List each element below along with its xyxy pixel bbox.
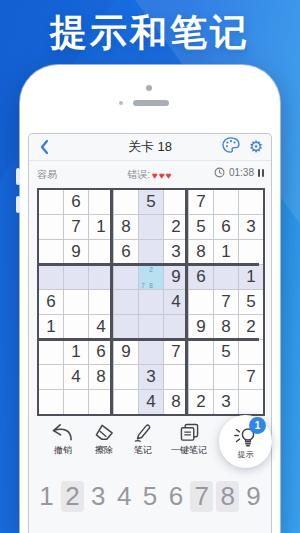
cell-r3c9[interactable] <box>239 240 263 264</box>
difficulty-label: 容易 <box>37 168 57 182</box>
sudoku-board: 6577182563963812789616475149821697548374… <box>37 188 265 416</box>
cell-r2c1[interactable] <box>39 215 63 239</box>
cell-r8c4[interactable] <box>114 365 138 389</box>
cell-r5c2[interactable] <box>64 290 88 314</box>
cell-r2c5[interactable] <box>139 215 163 239</box>
cell-r7c1[interactable] <box>39 340 63 364</box>
cell-r9c7[interactable]: 2 <box>189 390 213 414</box>
cell-r1c2[interactable]: 6 <box>64 190 88 214</box>
cell-r9c4[interactable] <box>114 390 138 414</box>
cell-r3c7[interactable]: 8 <box>189 240 213 264</box>
cell-r5c4[interactable] <box>114 290 138 314</box>
clock-icon <box>214 167 225 178</box>
cell-r3c8[interactable]: 1 <box>214 240 238 264</box>
cell-r6c5[interactable] <box>139 315 163 339</box>
volume-button <box>16 196 20 213</box>
cell-r9c1[interactable] <box>39 390 63 414</box>
cell-r4c8[interactable] <box>214 265 238 289</box>
mistakes-label: 错误: <box>127 168 150 182</box>
cell-r8c1[interactable] <box>39 365 63 389</box>
volume-button <box>16 168 20 185</box>
notes-label: 笔记 <box>134 444 152 457</box>
time-value: 01:38 <box>229 167 254 178</box>
cell-r4c9[interactable]: 1 <box>239 265 263 289</box>
cell-r5c1[interactable]: 6 <box>39 290 63 314</box>
theme-palette-button[interactable] <box>222 137 240 157</box>
cell-r7c8[interactable]: 5 <box>214 340 238 364</box>
app-store-screenshot: 提示和笔记 关卡 18 <box>0 0 300 533</box>
eraser-icon <box>94 423 115 442</box>
cell-r5c8[interactable]: 7 <box>214 290 238 314</box>
cell-r4c1[interactable] <box>39 265 63 289</box>
hearts-icons: ♥♥♥ <box>152 170 173 181</box>
auto-notes-label: 一键笔记 <box>171 444 207 457</box>
cell-r6c9[interactable]: 2 <box>239 315 263 339</box>
cell-r8c7[interactable] <box>189 365 213 389</box>
navbar: 关卡 18 ⚙ <box>29 134 271 161</box>
mistakes: 错误: ♥♥♥ <box>127 168 173 182</box>
cell-r7c2[interactable]: 1 <box>64 340 88 364</box>
block-divider <box>185 188 188 416</box>
block-divider <box>110 188 113 416</box>
cell-r8c5[interactable]: 3 <box>139 365 163 389</box>
cell-r6c8[interactable]: 8 <box>214 315 238 339</box>
cell-r1c8[interactable] <box>214 190 238 214</box>
cell-r5c7[interactable] <box>189 290 213 314</box>
cell-r8c8[interactable] <box>214 365 238 389</box>
numpad-key-1[interactable]: 1 <box>35 481 58 512</box>
cell-r1c1[interactable] <box>39 190 63 214</box>
settings-button[interactable]: ⚙ <box>249 139 263 155</box>
pencil-notes: 278 <box>139 265 163 289</box>
cell-r2c9[interactable]: 3 <box>239 215 263 239</box>
gear-icon: ⚙ <box>249 138 263 155</box>
notes-button[interactable]: 笔记 <box>133 423 154 457</box>
pencil-icon <box>133 423 154 442</box>
numpad-key-4[interactable]: 4 <box>113 481 136 512</box>
cell-r2c2[interactable]: 7 <box>64 215 88 239</box>
cell-r6c4[interactable] <box>114 315 138 339</box>
cell-r7c5[interactable] <box>139 340 163 364</box>
erase-label: 擦除 <box>95 444 113 457</box>
numpad-key-9[interactable]: 9 <box>242 481 265 512</box>
pause-button[interactable] <box>258 169 264 177</box>
status-row: 容易 错误: ♥♥♥ 01:38 <box>29 160 271 188</box>
cell-r4c2[interactable] <box>64 265 88 289</box>
cell-r3c5[interactable] <box>139 240 163 264</box>
numpad-key-6[interactable]: 6 <box>164 481 187 512</box>
cell-r9c9[interactable] <box>239 390 263 414</box>
cell-r5c5[interactable] <box>139 290 163 314</box>
hint-label: 提示 <box>238 449 254 460</box>
numpad-key-2[interactable]: 2 <box>61 481 84 512</box>
cell-r8c9[interactable]: 7 <box>239 365 263 389</box>
cell-r8c2[interactable]: 4 <box>64 365 88 389</box>
numpad-key-5[interactable]: 5 <box>139 481 162 512</box>
numpad: 123456789 <box>29 481 271 512</box>
cell-r4c4[interactable] <box>114 265 138 289</box>
auto-notes-button[interactable]: 一键笔记 <box>171 423 207 457</box>
cell-r1c5[interactable]: 5 <box>139 190 163 214</box>
cell-r2c8[interactable]: 6 <box>214 215 238 239</box>
cell-r2c7[interactable]: 5 <box>189 215 213 239</box>
block-divider <box>37 338 259 341</box>
cell-r7c7[interactable] <box>189 340 213 364</box>
cell-r1c9[interactable] <box>239 190 263 214</box>
numpad-key-8[interactable]: 8 <box>216 481 239 512</box>
cell-r4c5[interactable]: 278 <box>139 265 163 289</box>
cell-r6c1[interactable]: 1 <box>39 315 63 339</box>
undo-button[interactable]: 撤销 <box>50 423 76 457</box>
cell-r6c2[interactable] <box>64 315 88 339</box>
cell-r9c2[interactable] <box>64 390 88 414</box>
numpad-key-7[interactable]: 7 <box>190 481 213 512</box>
cell-r7c4[interactable]: 9 <box>114 340 138 364</box>
numpad-key-3[interactable]: 3 <box>87 481 110 512</box>
cell-r9c5[interactable]: 4 <box>139 390 163 414</box>
hint-count-badge: 1 <box>249 417 266 434</box>
timer: 01:38 <box>214 167 264 178</box>
block-divider <box>37 263 259 266</box>
cell-r7c9[interactable] <box>239 340 263 364</box>
cell-r3c2[interactable]: 9 <box>64 240 88 264</box>
cell-r1c4[interactable] <box>114 190 138 214</box>
cell-r3c1[interactable] <box>39 240 63 264</box>
cell-r6c7[interactable]: 9 <box>189 315 213 339</box>
hero-title: 提示和笔记 <box>0 8 300 58</box>
cell-r1c7[interactable]: 7 <box>189 190 213 214</box>
cell-r2c4[interactable]: 8 <box>114 215 138 239</box>
speaker-slot <box>133 100 169 106</box>
erase-button[interactable]: 擦除 <box>94 423 115 457</box>
cell-r4c7[interactable]: 6 <box>189 265 213 289</box>
palette-icon <box>222 137 240 153</box>
camera-dot <box>146 85 152 91</box>
undo-icon <box>50 423 76 442</box>
cell-r3c4[interactable]: 6 <box>114 240 138 264</box>
app-screen: 关卡 18 ⚙ 容易 错误: ♥♥♥ <box>28 133 272 533</box>
cell-r9c8[interactable]: 3 <box>214 390 238 414</box>
cell-r5c9[interactable]: 5 <box>239 290 263 314</box>
sensor-dot <box>119 101 123 105</box>
copy-notes-icon <box>179 423 200 442</box>
undo-label: 撤销 <box>54 444 72 457</box>
